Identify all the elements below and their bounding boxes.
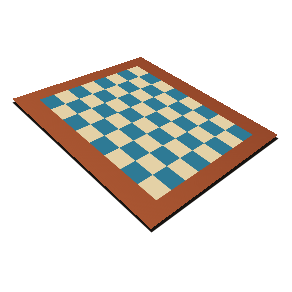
chessboard xyxy=(12,57,278,229)
page-background xyxy=(0,0,292,292)
